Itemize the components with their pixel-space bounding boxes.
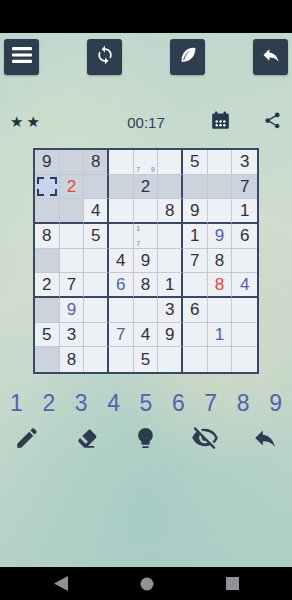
cell-value: 5 [91, 227, 100, 244]
cell-value: 9 [67, 301, 76, 318]
number-pad: 1 2 3 4 5 6 7 8 9 [0, 390, 292, 417]
cell-r9c6[interactable] [158, 347, 183, 372]
cell-r3c8[interactable] [208, 199, 233, 224]
cell-r8c3[interactable] [84, 323, 109, 348]
cell-r1c9[interactable]: 3 [232, 150, 257, 175]
feather-icon [178, 45, 198, 69]
calendar-icon[interactable] [211, 111, 230, 134]
cell-value: 5 [42, 326, 51, 343]
selection-corner [50, 177, 57, 184]
cell-value: 8 [91, 153, 100, 170]
cell-r1c5[interactable]: 79 [134, 150, 159, 175]
cell-value: 5 [141, 351, 150, 368]
cell-r7c8[interactable] [208, 298, 233, 323]
nav-back-icon[interactable] [54, 576, 68, 591]
cell-r2c7[interactable] [183, 175, 208, 200]
cell-r8c6[interactable]: 9 [158, 323, 183, 348]
cell-r8c5[interactable]: 4 [134, 323, 159, 348]
cell-r6c8[interactable]: 8 [208, 273, 233, 298]
cell-r6c9[interactable]: 4 [232, 273, 257, 298]
lightbulb-icon [133, 426, 158, 455]
cell-r5c4[interactable]: 4 [109, 249, 134, 274]
cell-r5c9[interactable] [232, 249, 257, 274]
cell-value: 1 [215, 326, 224, 343]
cell-value: 7 [240, 178, 249, 195]
cell-r2c6[interactable] [158, 175, 183, 200]
cell-r9c2[interactable]: 8 [60, 347, 85, 372]
cell-r4c2[interactable] [60, 224, 85, 249]
pencil-mark: 1 [135, 225, 142, 232]
cell-value: 4 [141, 326, 150, 343]
cell-r5c6[interactable] [158, 249, 183, 274]
cell-value: 8 [215, 252, 224, 269]
cell-r3c9[interactable]: 1 [232, 199, 257, 224]
cell-r4c9[interactable]: 6 [232, 224, 257, 249]
cell-value: 1 [240, 202, 249, 219]
cell-r9c7[interactable] [183, 347, 208, 372]
cell-r5c1[interactable] [35, 249, 60, 274]
cell-value: 6 [116, 276, 125, 293]
cell-r1c6[interactable] [158, 150, 183, 175]
pencil-mark: 9 [149, 165, 156, 172]
cell-value: 9 [215, 227, 224, 244]
board-wrap: 9879532274891851719649782768184936537491… [33, 148, 259, 374]
cell-r7c5[interactable] [134, 298, 159, 323]
feather-button[interactable] [170, 39, 205, 75]
cell-r5c5[interactable]: 9 [134, 249, 159, 274]
nav-recents-icon[interactable] [226, 577, 239, 590]
cell-r2c4[interactable] [109, 175, 134, 200]
cell-r8c1[interactable]: 5 [35, 323, 60, 348]
cell-r4c8[interactable]: 9 [208, 224, 233, 249]
cell-r4c5[interactable]: 17 [134, 224, 159, 249]
cell-value: 2 [67, 178, 76, 195]
cell-r1c4[interactable] [109, 150, 134, 175]
cell-r7c4[interactable] [109, 298, 134, 323]
undo-icon [261, 45, 281, 69]
numpad-7[interactable]: 7 [204, 390, 217, 417]
cell-r9c8[interactable] [208, 347, 233, 372]
cell-r6c5[interactable]: 8 [134, 273, 159, 298]
eraser-button[interactable] [73, 425, 99, 455]
selection-corner [37, 189, 44, 196]
eraser-icon [73, 425, 99, 455]
hamburger-icon [12, 47, 32, 67]
cell-r8c4[interactable]: 7 [109, 323, 134, 348]
cell-value: 8 [141, 276, 150, 293]
cell-r5c2[interactable] [60, 249, 85, 274]
share-icon[interactable] [263, 111, 282, 134]
cell-r8c8[interactable]: 1 [208, 323, 233, 348]
cell-r3c1[interactable] [35, 199, 60, 224]
cell-value: 4 [91, 202, 100, 219]
eye-off-icon [191, 424, 219, 456]
info-bar: ★★ 00:17 [0, 109, 292, 135]
tools-bar [0, 424, 292, 456]
numpad-4[interactable]: 4 [107, 390, 120, 417]
cell-value: 3 [67, 326, 76, 343]
nav-home-icon[interactable] [140, 577, 154, 591]
cell-r9c9[interactable] [232, 347, 257, 372]
cell-r9c1[interactable] [35, 347, 60, 372]
restart-button[interactable] [87, 39, 122, 75]
cell-r4c3[interactable]: 5 [84, 224, 109, 249]
pencil-mark: 7 [135, 165, 142, 172]
pencil-mark: 7 [135, 239, 142, 246]
cell-value: 8 [42, 227, 51, 244]
cell-r6c4[interactable]: 6 [109, 273, 134, 298]
cell-r2c5[interactable]: 2 [134, 175, 159, 200]
status-bar [0, 0, 292, 33]
numpad-6[interactable]: 6 [172, 390, 185, 417]
cell-r1c3[interactable]: 8 [84, 150, 109, 175]
cell-r3c6[interactable]: 8 [158, 199, 183, 224]
cell-r8c9[interactable] [232, 323, 257, 348]
cell-value: 8 [165, 202, 174, 219]
cell-value: 3 [165, 301, 174, 318]
hide-button[interactable] [191, 424, 219, 456]
pencil-marks: 17 [135, 225, 157, 247]
cell-r6c2[interactable]: 7 [60, 273, 85, 298]
cell-r2c8[interactable] [208, 175, 233, 200]
cell-r7c1[interactable] [35, 298, 60, 323]
undo-button[interactable] [252, 425, 278, 455]
cell-value: 6 [240, 227, 249, 244]
cell-r2c9[interactable]: 7 [232, 175, 257, 200]
numpad-1[interactable]: 1 [10, 390, 23, 417]
cell-r5c3[interactable] [84, 249, 109, 274]
pencil-icon [14, 425, 40, 455]
cell-r3c2[interactable] [60, 199, 85, 224]
cell-r5c8[interactable]: 8 [208, 249, 233, 274]
cell-value: 6 [190, 301, 199, 318]
cell-value: 7 [116, 326, 125, 343]
cell-value: 9 [165, 326, 174, 343]
pencil-marks: 79 [135, 151, 157, 173]
cell-r1c1[interactable]: 9 [35, 150, 60, 175]
cell-r3c4[interactable] [109, 199, 134, 224]
cell-value: 8 [67, 351, 76, 368]
app-screen: ★★ 00:17 9879532274891851719649782768184… [0, 0, 292, 600]
cell-value: 4 [240, 276, 249, 293]
cell-r7c7[interactable]: 6 [183, 298, 208, 323]
cell-r6c1[interactable]: 2 [35, 273, 60, 298]
undo-icon [252, 425, 278, 455]
selection-corner [50, 189, 57, 196]
selection-corner [37, 177, 44, 184]
cell-r4c7[interactable]: 1 [183, 224, 208, 249]
cell-r7c6[interactable]: 3 [158, 298, 183, 323]
cell-value: 2 [42, 276, 51, 293]
cell-r4c4[interactable] [109, 224, 134, 249]
sudoku-grid: 9879532274891851719649782768184936537491… [33, 148, 259, 374]
cell-value: 5 [190, 153, 199, 170]
cell-r6c7[interactable] [183, 273, 208, 298]
cell-value: 4 [116, 252, 125, 269]
sync-icon [95, 45, 115, 69]
cell-value: 9 [42, 153, 51, 170]
cell-r1c8[interactable] [208, 150, 233, 175]
cell-r8c7[interactable] [183, 323, 208, 348]
hint-button[interactable] [133, 426, 158, 455]
cell-r1c2[interactable] [60, 150, 85, 175]
cell-value: 1 [165, 276, 174, 293]
cell-value: 3 [240, 153, 249, 170]
cell-r3c5[interactable] [134, 199, 159, 224]
cell-r9c3[interactable] [84, 347, 109, 372]
undo-top-button[interactable] [253, 39, 288, 75]
pencil-button[interactable] [14, 425, 40, 455]
cell-r4c6[interactable] [158, 224, 183, 249]
numpad-9[interactable]: 9 [269, 390, 282, 417]
cell-r5c7[interactable]: 7 [183, 249, 208, 274]
numpad-3[interactable]: 3 [75, 390, 88, 417]
cell-r6c3[interactable] [84, 273, 109, 298]
menu-button[interactable] [4, 39, 39, 75]
cell-r2c2[interactable]: 2 [60, 175, 85, 200]
cell-r9c4[interactable] [109, 347, 134, 372]
cell-r2c1[interactable] [35, 175, 60, 200]
cell-r9c5[interactable]: 5 [134, 347, 159, 372]
cell-value: 1 [190, 227, 199, 244]
cell-r3c7[interactable]: 9 [183, 199, 208, 224]
cell-r1c7[interactable]: 5 [183, 150, 208, 175]
cell-value: 8 [215, 276, 224, 293]
cell-value: 2 [141, 178, 150, 195]
cell-r8c2[interactable]: 3 [60, 323, 85, 348]
cell-value: 9 [190, 202, 199, 219]
numpad-8[interactable]: 8 [237, 390, 250, 417]
cell-r2c3[interactable] [84, 175, 109, 200]
numpad-2[interactable]: 2 [42, 390, 55, 417]
cell-r4c1[interactable]: 8 [35, 224, 60, 249]
cell-r3c3[interactable]: 4 [84, 199, 109, 224]
top-toolbar [0, 39, 292, 75]
cell-value: 9 [141, 252, 150, 269]
cell-r7c2[interactable]: 9 [60, 298, 85, 323]
android-nav-bar [0, 567, 292, 600]
cell-value: 7 [67, 276, 76, 293]
cell-r7c9[interactable] [232, 298, 257, 323]
cell-r7c3[interactable] [84, 298, 109, 323]
cell-value: 7 [190, 252, 199, 269]
cell-r6c6[interactable]: 1 [158, 273, 183, 298]
numpad-5[interactable]: 5 [140, 390, 153, 417]
